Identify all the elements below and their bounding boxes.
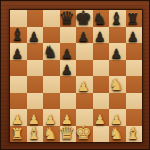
board-frame: ♛♚♞♝♜♝♟♟♟♟♟♞♟♟♟♟♞♟♟♟♟♟♟♜♝♞♛♚♞♝ (0, 0, 150, 150)
black-pawn-glyph: ♟ (28, 30, 40, 43)
piece-white-rook-a1[interactable]: ♜ (9, 113, 26, 142)
square-f6[interactable] (93, 43, 110, 60)
black-knight-glyph: ♞ (43, 44, 57, 60)
piece-white-bishop-h1[interactable]: ♝ (125, 113, 142, 142)
piece-white-bishop-b1[interactable]: ♝ (26, 113, 43, 142)
square-c5[interactable] (43, 60, 60, 77)
piece-black-pawn-e7[interactable]: ♟ (75, 14, 92, 43)
black-pawn-glyph: ♟ (77, 30, 89, 43)
piece-black-pawn-d5[interactable]: ♟ (59, 47, 76, 76)
square-a4[interactable] (10, 76, 27, 93)
white-knight-glyph: ♞ (43, 126, 57, 142)
piece-white-queen-d1[interactable]: ♛ (59, 113, 76, 142)
square-h4[interactable] (126, 76, 143, 93)
square-f5[interactable] (93, 60, 110, 77)
white-queen-glyph: ♛ (59, 124, 75, 142)
black-bishop-glyph: ♝ (109, 11, 123, 27)
square-e3[interactable] (76, 93, 93, 110)
white-pawn-glyph: ♟ (94, 113, 106, 126)
piece-black-pawn-h7[interactable]: ♟ (125, 14, 142, 43)
piece-white-king-e1[interactable]: ♚ (75, 113, 92, 142)
black-pawn-glyph: ♟ (61, 63, 73, 76)
piece-white-pawn-e4[interactable]: ♟ (75, 63, 92, 92)
square-b6[interactable] (27, 43, 44, 60)
piece-black-bishop-g8[interactable]: ♝ (108, 0, 125, 26)
white-bishop-glyph: ♝ (27, 126, 41, 142)
square-h6[interactable] (126, 43, 143, 60)
square-h5[interactable] (126, 60, 143, 77)
white-knight-glyph: ♞ (109, 126, 123, 142)
piece-black-knight-c6[interactable]: ♞ (42, 30, 59, 59)
white-knight-glyph: ♞ (109, 77, 123, 93)
black-pawn-glyph: ♟ (110, 47, 122, 60)
square-f1[interactable] (93, 126, 110, 143)
white-bishop-glyph: ♝ (126, 126, 140, 142)
square-c4[interactable] (43, 76, 60, 93)
black-pawn-glyph: ♟ (94, 30, 106, 43)
white-king-glyph: ♚ (75, 123, 92, 142)
square-h3[interactable] (126, 93, 143, 110)
black-pawn-glyph: ♟ (11, 47, 23, 60)
piece-white-pawn-f2[interactable]: ♟ (92, 96, 109, 125)
square-b5[interactable] (27, 60, 44, 77)
white-rook-glyph: ♜ (11, 127, 24, 142)
black-pawn-glyph: ♟ (127, 30, 139, 43)
piece-white-knight-g4[interactable]: ♞ (108, 63, 125, 92)
white-pawn-glyph: ♟ (77, 80, 89, 93)
square-f4[interactable] (93, 76, 110, 93)
square-b4[interactable] (27, 76, 44, 93)
square-c8[interactable] (43, 10, 60, 27)
piece-black-pawn-g6[interactable]: ♟ (108, 30, 125, 59)
piece-white-knight-c1[interactable]: ♞ (42, 113, 59, 142)
square-d4[interactable] (60, 76, 77, 93)
piece-black-pawn-a6[interactable]: ♟ (9, 30, 26, 59)
piece-white-knight-g1[interactable]: ♞ (108, 113, 125, 142)
piece-black-queen-d8[interactable]: ♛ (59, 0, 76, 26)
square-a5[interactable] (10, 60, 27, 77)
square-e6[interactable] (76, 43, 93, 60)
black-queen-glyph: ♛ (59, 9, 75, 27)
piece-black-pawn-b7[interactable]: ♟ (26, 14, 43, 43)
piece-black-pawn-f7[interactable]: ♟ (92, 14, 109, 43)
